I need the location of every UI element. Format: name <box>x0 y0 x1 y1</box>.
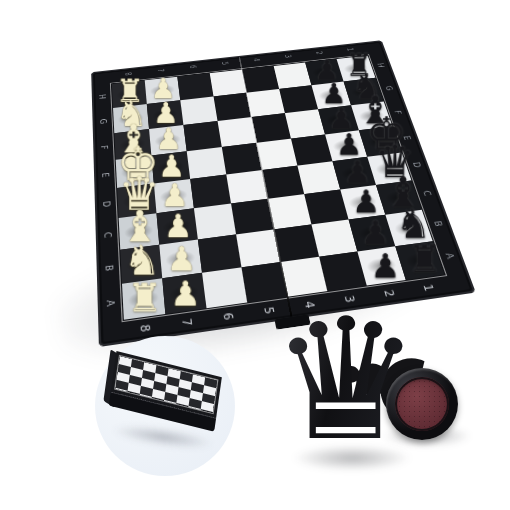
coordinate-label: 6 <box>184 55 201 79</box>
light-square <box>268 194 312 229</box>
black-queen-closeup: ♛ <box>268 296 423 464</box>
coordinate-label: H <box>363 59 398 72</box>
coordinate-label: F <box>379 105 416 119</box>
white-pawn: ♟ <box>162 244 202 275</box>
black-pawn: ♟ <box>356 218 395 248</box>
folded-board-inset <box>95 336 235 476</box>
black-pawn: ♟ <box>339 159 376 187</box>
coordinate-label: 7 <box>152 59 168 83</box>
white-pawn: ♟ <box>151 126 186 153</box>
light-square: ♟ <box>159 240 202 279</box>
dark-square <box>198 234 242 272</box>
white-pawn: ♟ <box>156 181 193 210</box>
dark-square <box>183 121 221 151</box>
white-pawn: ♟ <box>154 153 190 181</box>
dark-square: ♟ <box>332 157 376 190</box>
dark-square <box>304 190 348 225</box>
coordinate-label: G <box>371 81 407 95</box>
coordinate-label: 5 <box>216 52 233 76</box>
light-square <box>285 109 325 138</box>
light-square <box>297 161 340 194</box>
dark-square: ♟ <box>349 215 396 252</box>
white-pawn: ♟ <box>149 100 183 126</box>
dark-square: ♟ <box>156 208 197 244</box>
light-square <box>187 147 227 179</box>
light-square <box>194 204 236 240</box>
board-coordinates-left: HGFEDCBA <box>94 84 120 323</box>
white-pawn: ♟ <box>159 212 198 242</box>
coordinate-label: 8 <box>120 62 135 86</box>
folded-chessboard-icon <box>103 350 228 451</box>
product-photo: 87654321 87654321 HGFEDCBA HGFEDCBA ♜♟♟♜… <box>0 0 510 510</box>
dark-square <box>190 174 231 208</box>
